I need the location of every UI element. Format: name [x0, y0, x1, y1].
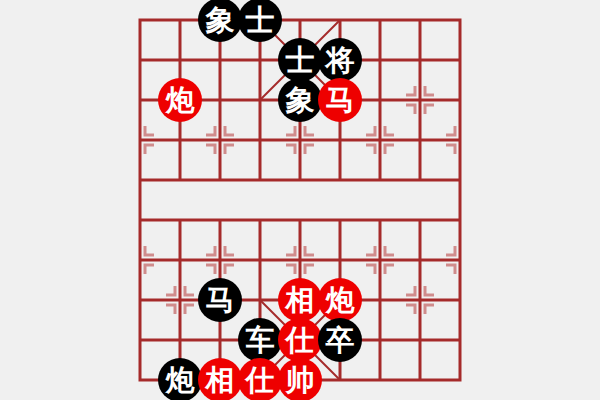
piece-red-advisor[interactable]: 仕 [238, 358, 282, 400]
piece-red-cannon[interactable]: 炮 [158, 78, 202, 122]
piece-black-elephant[interactable]: 象 [198, 0, 242, 42]
piece-red-horse[interactable]: 马 [318, 78, 362, 122]
piece-black-cannon[interactable]: 炮 [158, 358, 202, 400]
piece-black-general[interactable]: 将 [318, 38, 362, 82]
piece-black-advisor[interactable]: 士 [278, 38, 322, 82]
piece-red-elephant[interactable]: 相 [198, 358, 242, 400]
xiangqi-board: 象士士将炮象马马相炮车仕卒炮相仕帅 [0, 0, 600, 400]
piece-black-horse[interactable]: 马 [198, 278, 242, 322]
piece-black-advisor[interactable]: 士 [238, 0, 282, 42]
piece-red-advisor[interactable]: 仕 [278, 318, 322, 362]
board-grid[interactable]: 象士士将炮象马马相炮车仕卒炮相仕帅 [120, 0, 480, 400]
piece-red-cannon[interactable]: 炮 [318, 278, 362, 322]
piece-black-chariot[interactable]: 车 [238, 318, 282, 362]
piece-black-soldier[interactable]: 卒 [318, 318, 362, 362]
piece-black-elephant[interactable]: 象 [278, 78, 322, 122]
piece-red-elephant[interactable]: 相 [278, 278, 322, 322]
piece-red-general[interactable]: 帅 [278, 358, 322, 400]
